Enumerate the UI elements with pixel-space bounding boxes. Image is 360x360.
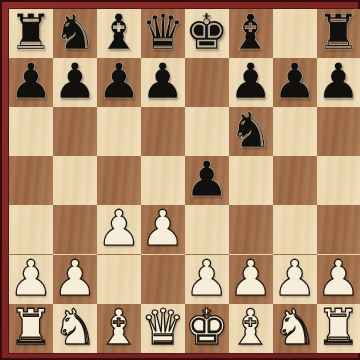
white-pawn[interactable]: ♟ [229, 254, 273, 303]
square-e7[interactable] [185, 58, 229, 107]
square-f7[interactable]: ♟ [229, 58, 273, 107]
white-pawn[interactable]: ♟ [141, 204, 185, 253]
square-d6[interactable] [141, 107, 185, 156]
square-e2[interactable]: ♟ [185, 255, 229, 304]
black-pawn[interactable]: ♟ [229, 57, 273, 106]
white-queen[interactable]: ♛ [141, 303, 185, 352]
square-f1[interactable]: ♝ [229, 304, 273, 353]
square-g8[interactable] [273, 9, 317, 58]
black-rook[interactable]: ♜ [317, 8, 360, 57]
black-pawn[interactable]: ♟ [97, 57, 141, 106]
square-a5[interactable] [9, 156, 53, 205]
square-h8[interactable]: ♜ [317, 9, 360, 58]
square-a4[interactable] [9, 205, 53, 254]
square-b2[interactable]: ♟ [53, 255, 97, 304]
black-queen[interactable]: ♛ [141, 8, 185, 57]
square-a2[interactable]: ♟ [9, 255, 53, 304]
square-g5[interactable] [273, 156, 317, 205]
square-d5[interactable] [141, 156, 185, 205]
black-king[interactable]: ♚ [185, 8, 229, 57]
square-d7[interactable]: ♟ [141, 58, 185, 107]
square-d2[interactable] [141, 255, 185, 304]
square-c8[interactable]: ♝ [97, 9, 141, 58]
square-c5[interactable] [97, 156, 141, 205]
black-knight[interactable]: ♞ [53, 8, 97, 57]
square-g7[interactable]: ♟ [273, 58, 317, 107]
square-a8[interactable]: ♜ [9, 9, 53, 58]
square-a6[interactable] [9, 107, 53, 156]
square-h1[interactable]: ♜ [317, 304, 360, 353]
square-b5[interactable] [53, 156, 97, 205]
square-h2[interactable]: ♟ [317, 255, 360, 304]
square-g4[interactable] [273, 205, 317, 254]
black-bishop[interactable]: ♝ [97, 8, 141, 57]
square-e4[interactable] [185, 205, 229, 254]
square-f6[interactable]: ♞ [229, 107, 273, 156]
board-frame: ♜♞♝♛♚♝♜♟♟♟♟♟♟♟♞♟♟♟♟♟♟♟♟♟♜♞♝♛♚♝♞♜ [0, 0, 360, 360]
chess-board: ♜♞♝♛♚♝♜♟♟♟♟♟♟♟♞♟♟♟♟♟♟♟♟♟♜♞♝♛♚♝♞♜ [9, 9, 353, 353]
white-rook[interactable]: ♜ [9, 303, 53, 352]
square-f5[interactable] [229, 156, 273, 205]
square-h4[interactable] [317, 205, 360, 254]
black-pawn[interactable]: ♟ [141, 57, 185, 106]
square-b4[interactable] [53, 205, 97, 254]
square-f8[interactable]: ♝ [229, 9, 273, 58]
black-pawn[interactable]: ♟ [53, 57, 97, 106]
black-bishop[interactable]: ♝ [229, 8, 273, 57]
black-pawn[interactable]: ♟ [9, 57, 53, 106]
white-bishop[interactable]: ♝ [97, 303, 141, 352]
square-g2[interactable]: ♟ [273, 255, 317, 304]
square-h5[interactable] [317, 156, 360, 205]
white-knight[interactable]: ♞ [53, 303, 97, 352]
square-g6[interactable] [273, 107, 317, 156]
white-knight[interactable]: ♞ [273, 303, 317, 352]
white-pawn[interactable]: ♟ [97, 204, 141, 253]
black-rook[interactable]: ♜ [9, 8, 53, 57]
square-b1[interactable]: ♞ [53, 304, 97, 353]
square-c7[interactable]: ♟ [97, 58, 141, 107]
square-a1[interactable]: ♜ [9, 304, 53, 353]
white-pawn[interactable]: ♟ [273, 254, 317, 303]
square-c1[interactable]: ♝ [97, 304, 141, 353]
square-b7[interactable]: ♟ [53, 58, 97, 107]
square-f2[interactable]: ♟ [229, 255, 273, 304]
square-b6[interactable] [53, 107, 97, 156]
square-e6[interactable] [185, 107, 229, 156]
square-c4[interactable]: ♟ [97, 205, 141, 254]
black-pawn[interactable]: ♟ [185, 155, 229, 204]
square-f4[interactable] [229, 205, 273, 254]
square-g1[interactable]: ♞ [273, 304, 317, 353]
square-a7[interactable]: ♟ [9, 58, 53, 107]
white-pawn[interactable]: ♟ [317, 254, 360, 303]
square-h6[interactable] [317, 107, 360, 156]
white-pawn[interactable]: ♟ [9, 254, 53, 303]
white-bishop[interactable]: ♝ [229, 303, 273, 352]
square-e8[interactable]: ♚ [185, 9, 229, 58]
square-d4[interactable]: ♟ [141, 205, 185, 254]
white-rook[interactable]: ♜ [317, 303, 360, 352]
square-d8[interactable]: ♛ [141, 9, 185, 58]
white-pawn[interactable]: ♟ [53, 254, 97, 303]
square-c6[interactable] [97, 107, 141, 156]
square-d1[interactable]: ♛ [141, 304, 185, 353]
black-knight[interactable]: ♞ [229, 106, 273, 155]
square-h7[interactable]: ♟ [317, 58, 360, 107]
square-e1[interactable]: ♚ [185, 304, 229, 353]
white-king[interactable]: ♚ [185, 303, 229, 352]
square-b8[interactable]: ♞ [53, 9, 97, 58]
square-e5[interactable]: ♟ [185, 156, 229, 205]
white-pawn[interactable]: ♟ [185, 254, 229, 303]
square-c2[interactable] [97, 255, 141, 304]
black-pawn[interactable]: ♟ [317, 57, 360, 106]
black-pawn[interactable]: ♟ [273, 57, 317, 106]
